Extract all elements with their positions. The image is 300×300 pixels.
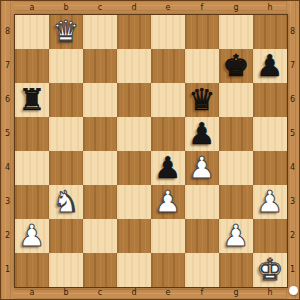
file-labels-top: abcdefgh [15, 1, 287, 14]
square-b1[interactable] [49, 253, 83, 287]
rank-label-2: 2 [1, 219, 14, 253]
square-a8[interactable] [15, 15, 49, 49]
black-pawn[interactable]: ♟ [151, 151, 185, 185]
square-g2[interactable]: ♟ [219, 219, 253, 253]
square-d7[interactable] [117, 49, 151, 83]
square-d3[interactable] [117, 185, 151, 219]
square-e6[interactable] [151, 83, 185, 117]
square-g7[interactable]: ♚ [219, 49, 253, 83]
white-knight[interactable]: ♞ [49, 185, 83, 219]
square-b7[interactable] [49, 49, 83, 83]
square-e3[interactable]: ♟ [151, 185, 185, 219]
square-f3[interactable] [185, 185, 219, 219]
square-g4[interactable] [219, 151, 253, 185]
square-a7[interactable] [15, 49, 49, 83]
square-b6[interactable] [49, 83, 83, 117]
square-d4[interactable] [117, 151, 151, 185]
square-a2[interactable]: ♟ [15, 219, 49, 253]
square-b3[interactable]: ♞ [49, 185, 83, 219]
file-label-f: f [185, 1, 219, 14]
square-f6[interactable]: ♛ [185, 83, 219, 117]
square-f1[interactable] [185, 253, 219, 287]
black-pawn[interactable]: ♟ [185, 117, 219, 151]
square-h3[interactable]: ♟ [253, 185, 287, 219]
file-label-d: d [117, 1, 151, 14]
square-e1[interactable] [151, 253, 185, 287]
rank-label-1: 1 [1, 253, 14, 287]
square-c8[interactable] [83, 15, 117, 49]
file-label-c: c [83, 1, 117, 14]
square-d8[interactable] [117, 15, 151, 49]
file-label-a: a [15, 1, 49, 14]
square-f5[interactable]: ♟ [185, 117, 219, 151]
rank-label-3: 3 [1, 185, 14, 219]
square-f4[interactable]: ♟ [185, 151, 219, 185]
square-g8[interactable] [219, 15, 253, 49]
white-king[interactable]: ♚ [253, 253, 287, 287]
square-c2[interactable] [83, 219, 117, 253]
white-pawn[interactable]: ♟ [253, 185, 287, 219]
rank-label-8: 8 [1, 15, 14, 49]
black-rook[interactable]: ♜ [15, 83, 49, 117]
square-d5[interactable] [117, 117, 151, 151]
square-g5[interactable] [219, 117, 253, 151]
file-label-e: e [151, 1, 185, 14]
square-c5[interactable] [83, 117, 117, 151]
rank-labels-left: 87654321 [1, 15, 14, 287]
square-d1[interactable] [117, 253, 151, 287]
file-label-b: b [49, 1, 83, 14]
file-label-g: g [219, 1, 253, 14]
square-a1[interactable] [15, 253, 49, 287]
white-pawn[interactable]: ♟ [15, 219, 49, 253]
square-g3[interactable] [219, 185, 253, 219]
square-h1[interactable]: ♚ [253, 253, 287, 287]
square-c4[interactable] [83, 151, 117, 185]
square-c6[interactable] [83, 83, 117, 117]
rank-label-5: 5 [1, 117, 14, 151]
square-f2[interactable] [185, 219, 219, 253]
chess-board-diagram: abcdefgh abcdefgh 87654321 87654321 ♛♚♟♜… [0, 0, 300, 300]
square-h5[interactable] [253, 117, 287, 151]
square-h6[interactable] [253, 83, 287, 117]
white-pawn[interactable]: ♟ [185, 151, 219, 185]
square-c1[interactable] [83, 253, 117, 287]
square-h4[interactable] [253, 151, 287, 185]
square-h7[interactable]: ♟ [253, 49, 287, 83]
square-h2[interactable] [253, 219, 287, 253]
rank-label-6: 6 [1, 83, 14, 117]
square-f8[interactable] [185, 15, 219, 49]
rank-label-4: 4 [1, 151, 14, 185]
square-b4[interactable] [49, 151, 83, 185]
white-pawn[interactable]: ♟ [219, 219, 253, 253]
square-c7[interactable] [83, 49, 117, 83]
square-g6[interactable] [219, 83, 253, 117]
square-e5[interactable] [151, 117, 185, 151]
board-squares: ♛♚♟♜♛♟♟♟♞♟♟♟♟♚ [14, 14, 288, 288]
side-to-move-indicator [289, 286, 298, 295]
square-a6[interactable]: ♜ [15, 83, 49, 117]
square-f7[interactable] [185, 49, 219, 83]
square-a4[interactable] [15, 151, 49, 185]
square-d6[interactable] [117, 83, 151, 117]
square-c3[interactable] [83, 185, 117, 219]
square-b2[interactable] [49, 219, 83, 253]
square-h8[interactable] [253, 15, 287, 49]
square-a3[interactable] [15, 185, 49, 219]
black-king[interactable]: ♚ [219, 49, 253, 83]
rank-label-7: 7 [1, 49, 14, 83]
black-pawn[interactable]: ♟ [253, 49, 287, 83]
square-a5[interactable] [15, 117, 49, 151]
square-d2[interactable] [117, 219, 151, 253]
square-b5[interactable] [49, 117, 83, 151]
square-b8[interactable]: ♛ [49, 15, 83, 49]
square-e2[interactable] [151, 219, 185, 253]
square-g1[interactable] [219, 253, 253, 287]
square-e8[interactable] [151, 15, 185, 49]
square-e7[interactable] [151, 49, 185, 83]
white-queen[interactable]: ♛ [49, 15, 83, 49]
black-queen[interactable]: ♛ [185, 83, 219, 117]
white-pawn[interactable]: ♟ [151, 185, 185, 219]
file-label-h: h [253, 1, 287, 14]
square-e4[interactable]: ♟ [151, 151, 185, 185]
